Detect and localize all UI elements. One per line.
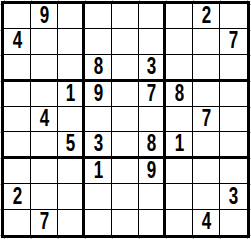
cell-r8c1[interactable]: 2 [4, 184, 31, 209]
cell-r3c3[interactable] [58, 55, 85, 82]
cell-r4c6[interactable]: 7 [139, 82, 166, 107]
cell-r3c7[interactable] [166, 55, 193, 82]
cell-r1c7[interactable] [166, 4, 193, 29]
cell-r7c6[interactable]: 9 [139, 159, 166, 184]
given-digit: 7 [146, 82, 155, 106]
cell-r4c4[interactable]: 9 [85, 82, 112, 107]
given-digit: 7 [229, 29, 238, 53]
cell-r6c3[interactable]: 5 [58, 132, 85, 159]
cell-r4c5[interactable] [112, 82, 139, 107]
cell-r6c7[interactable]: 1 [166, 132, 193, 159]
given-digit: 9 [93, 82, 102, 106]
cell-r1c1[interactable] [4, 4, 31, 29]
cell-r5c3[interactable] [58, 107, 85, 132]
cell-r6c4[interactable]: 3 [85, 132, 112, 159]
cell-r5c1[interactable] [4, 107, 31, 132]
given-digit: 8 [174, 82, 183, 106]
cell-r2c6[interactable] [139, 29, 166, 54]
cell-r9c8[interactable]: 4 [193, 210, 220, 235]
given-digit: 1 [65, 82, 74, 106]
cell-r9c1[interactable] [4, 210, 31, 235]
cell-r3c4[interactable]: 8 [85, 55, 112, 82]
given-digit: 9 [39, 4, 48, 28]
cell-r9c4[interactable] [85, 210, 112, 235]
cell-r2c5[interactable] [112, 29, 139, 54]
given-digit: 1 [174, 132, 183, 156]
sudoku-board: 9247831978475381192374 [1, 1, 250, 238]
cell-r8c6[interactable] [139, 184, 166, 209]
cell-r1c8[interactable]: 2 [193, 4, 220, 29]
cell-r1c3[interactable] [58, 4, 85, 29]
cell-r6c8[interactable] [193, 132, 220, 159]
cell-r7c9[interactable] [220, 159, 247, 184]
cell-r1c4[interactable] [85, 4, 112, 29]
cell-r9c5[interactable] [112, 210, 139, 235]
cell-r5c7[interactable] [166, 107, 193, 132]
cell-r2c3[interactable] [58, 29, 85, 54]
cell-r5c2[interactable]: 4 [31, 107, 58, 132]
cell-r9c7[interactable] [166, 210, 193, 235]
cell-r2c4[interactable] [85, 29, 112, 54]
given-digit: 4 [39, 107, 48, 131]
cell-r7c2[interactable] [31, 159, 58, 184]
cell-r9c9[interactable] [220, 210, 247, 235]
sudoku-image: 9247831978475381192374 [0, 0, 251, 239]
cell-r2c8[interactable] [193, 29, 220, 54]
cell-r8c5[interactable] [112, 184, 139, 209]
cell-r9c6[interactable] [139, 210, 166, 235]
cell-r7c7[interactable] [166, 159, 193, 184]
cell-r7c3[interactable] [58, 159, 85, 184]
cell-r1c6[interactable] [139, 4, 166, 29]
cell-r8c8[interactable] [193, 184, 220, 209]
given-digit: 1 [93, 159, 102, 183]
cell-r2c2[interactable] [31, 29, 58, 54]
given-digit: 9 [146, 159, 155, 183]
cell-r5c9[interactable] [220, 107, 247, 132]
cell-r6c1[interactable] [4, 132, 31, 159]
cell-r4c1[interactable] [4, 82, 31, 107]
cell-r1c5[interactable] [112, 4, 139, 29]
cell-r4c7[interactable]: 8 [166, 82, 193, 107]
cell-r3c9[interactable] [220, 55, 247, 82]
cell-r7c5[interactable] [112, 159, 139, 184]
given-digit: 3 [146, 55, 155, 79]
cell-r8c4[interactable] [85, 184, 112, 209]
cell-r2c9[interactable]: 7 [220, 29, 247, 54]
given-digit: 5 [65, 132, 74, 156]
cell-r1c2[interactable]: 9 [31, 4, 58, 29]
given-digit: 3 [93, 132, 102, 156]
cell-r4c9[interactable] [220, 82, 247, 107]
cell-r2c7[interactable] [166, 29, 193, 54]
cell-r8c2[interactable] [31, 184, 58, 209]
cell-r6c6[interactable]: 8 [139, 132, 166, 159]
cell-r3c8[interactable] [193, 55, 220, 82]
cell-r9c2[interactable]: 7 [31, 210, 58, 235]
given-digit: 7 [39, 210, 48, 234]
given-digit: 8 [146, 132, 155, 156]
given-digit: 3 [229, 185, 238, 209]
given-digit: 2 [201, 4, 210, 28]
cell-r5c8[interactable]: 7 [193, 107, 220, 132]
cell-r3c1[interactable] [4, 55, 31, 82]
cell-r6c5[interactable] [112, 132, 139, 159]
cell-r3c2[interactable] [31, 55, 58, 82]
cell-r3c5[interactable] [112, 55, 139, 82]
given-digit: 4 [12, 29, 21, 53]
cell-r4c2[interactable] [31, 82, 58, 107]
cell-r4c3[interactable]: 1 [58, 82, 85, 107]
cell-r8c9[interactable]: 3 [220, 184, 247, 209]
given-digit: 4 [201, 210, 210, 234]
cell-r1c9[interactable] [220, 4, 247, 29]
cell-r7c4[interactable]: 1 [85, 159, 112, 184]
cell-r7c8[interactable] [193, 159, 220, 184]
cell-r6c2[interactable] [31, 132, 58, 159]
cell-r5c6[interactable] [139, 107, 166, 132]
cell-r9c3[interactable] [58, 210, 85, 235]
cell-r5c5[interactable] [112, 107, 139, 132]
cell-r6c9[interactable] [220, 132, 247, 159]
given-digit: 8 [93, 55, 102, 79]
cell-r8c3[interactable] [58, 184, 85, 209]
cell-r8c7[interactable] [166, 184, 193, 209]
cell-r3c6[interactable]: 3 [139, 55, 166, 82]
cell-r4c8[interactable] [193, 82, 220, 107]
cell-r5c4[interactable] [85, 107, 112, 132]
given-digit: 7 [201, 107, 210, 131]
given-digit: 2 [12, 185, 21, 209]
cell-r7c1[interactable] [4, 159, 31, 184]
cell-r2c1[interactable]: 4 [4, 29, 31, 54]
